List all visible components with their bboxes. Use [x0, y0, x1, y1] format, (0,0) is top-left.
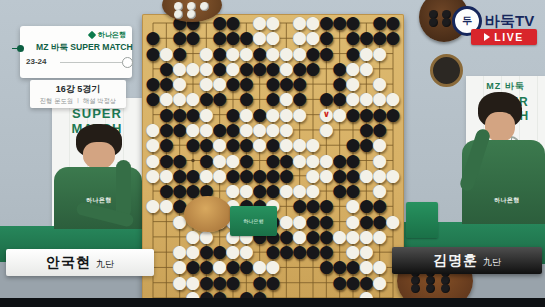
- wooden-bowl-left-table: [184, 196, 232, 232]
- green-dot-decor: [17, 45, 24, 52]
- bowl-stone: [187, 10, 196, 19]
- white-stone: ●: [372, 45, 387, 62]
- round-card: 16강 5경기 진행 문도원 ㅣ 해설 박정상: [30, 80, 126, 108]
- ring-decor: [122, 57, 133, 68]
- sponsor-box-left: 하나은행: [230, 206, 277, 236]
- bowl-stone: [429, 18, 438, 27]
- bowl-stone: [442, 18, 451, 27]
- shirt-logo-left: 하나은행: [86, 196, 112, 205]
- nameplate-right: 김명훈 九단: [392, 247, 542, 274]
- player-right-rank: 九단: [483, 256, 501, 269]
- player-left-name: 안국현: [46, 254, 91, 272]
- black-stone: ●: [386, 106, 401, 123]
- bowl-stone: [426, 284, 435, 293]
- live-badge: LIVE: [471, 29, 537, 45]
- bowl-stone: [411, 284, 420, 293]
- white-stone: ●: [319, 121, 334, 138]
- player-left-rank: 九단: [96, 258, 114, 271]
- white-stone: ●: [386, 167, 401, 184]
- sponsor-box-left-label: 하나은행: [230, 218, 277, 224]
- event-title: MZ 바둑 SUPER MATCH: [26, 42, 126, 54]
- bowl-stone: [200, 2, 209, 11]
- white-stone: ●: [372, 274, 387, 291]
- event-season: 23-24: [26, 57, 126, 66]
- nameplate-left: 안국현 九단: [6, 249, 154, 276]
- player-right-name: 김명훈: [433, 252, 478, 270]
- baduktv-wordmark: 바둑TV: [485, 12, 534, 31]
- bowl-stone: [174, 10, 183, 19]
- shirt-logo-right: 하나은행: [494, 196, 520, 205]
- wall-sign-right-top: MZ 바둑: [466, 80, 545, 93]
- live-label: LIVE: [494, 31, 523, 43]
- black-stone: ●: [266, 274, 281, 291]
- white-stone: ●: [292, 106, 307, 123]
- black-stone: ●: [386, 29, 401, 46]
- last-move-marker: ∨: [323, 109, 330, 119]
- event-card: 하나은행 MZ 바둑 SUPER MATCH 23-24: [20, 26, 132, 78]
- white-stone: ●: [372, 228, 387, 245]
- white-stone: ●: [386, 213, 401, 230]
- broadcast-frame: SUPER MATCH MZ 바둑 SUPER MATCH 하나은행 하나은행 …: [0, 0, 545, 307]
- bowl-stone: [441, 284, 450, 293]
- bottom-letterbox: [0, 298, 545, 307]
- round-label: 16강 5경기: [30, 83, 126, 96]
- wall-sign-left-line1: SUPER: [52, 106, 142, 121]
- hana-bank-logo-icon: [88, 31, 96, 39]
- wall-clock: [430, 54, 463, 87]
- crew-label: 진행 문도원 ㅣ 해설 박정상: [30, 97, 126, 106]
- black-stone: ●: [306, 60, 321, 77]
- play-triangle-icon: [484, 33, 490, 41]
- go-board[interactable]: ●●●●●●●●●●●●●●●●●●●●●●●●●●●●●●●●●●●●●●●●…: [142, 14, 404, 306]
- sponsor-name: 하나은행: [98, 30, 126, 40]
- sponsor-box-right: [406, 202, 438, 238]
